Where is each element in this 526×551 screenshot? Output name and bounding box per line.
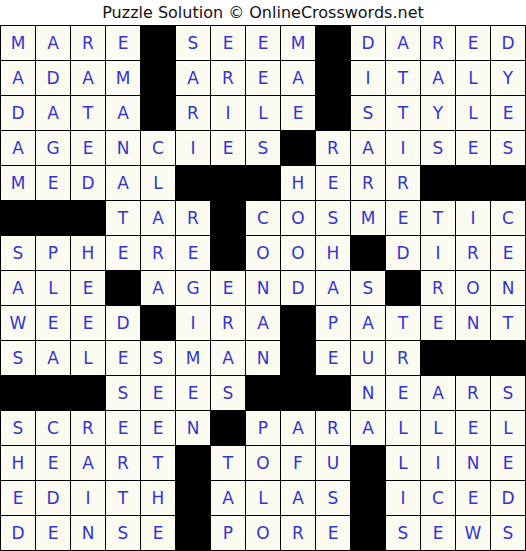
letter-cell: L [246,481,280,515]
letter-cell: A [106,166,140,200]
letter-cell: H [281,166,315,200]
letter-cell: G [36,131,70,165]
letter-cell: T [386,61,420,95]
letter-cell: D [36,61,70,95]
letter-cell: A [421,376,455,410]
black-cell [491,166,525,200]
letter-cell: A [36,96,70,130]
letter-cell: R [421,271,455,305]
black-cell [316,61,350,95]
letter-cell: E [281,96,315,130]
letter-cell: N [71,516,105,550]
letter-cell: A [211,481,245,515]
letter-cell: N [246,341,280,375]
letter-cell: C [141,131,175,165]
black-cell [71,376,105,410]
black-cell [211,411,245,445]
letter-cell: R [281,516,315,550]
letter-cell: S [316,201,350,235]
black-cell [351,236,385,270]
letter-cell: A [36,341,70,375]
letter-cell: T [211,446,245,480]
black-cell [176,166,210,200]
black-cell [351,516,385,550]
letter-cell: P [211,516,245,550]
letter-cell: U [351,341,385,375]
letter-cell: E [246,61,280,95]
letter-cell: E [421,306,455,340]
letter-cell: T [106,201,140,235]
letter-cell: N [106,131,140,165]
letter-cell: S [1,411,35,445]
letter-cell: R [351,166,385,200]
letter-cell: G [176,271,210,305]
letter-cell: A [351,411,385,445]
letter-cell: I [386,131,420,165]
puzzle-solution-page: Puzzle Solution © OnlineCrosswords.net M… [0,0,526,551]
letter-cell: L [491,411,525,445]
black-cell [211,201,245,235]
letter-cell: T [491,306,525,340]
letter-cell: W [456,516,490,550]
letter-cell: I [421,236,455,270]
black-cell [176,516,210,550]
letter-cell: R [386,166,420,200]
letter-cell: S [246,131,280,165]
letter-cell: E [141,411,175,445]
black-cell [211,166,245,200]
letter-cell: N [491,271,525,305]
black-cell [316,96,350,130]
letter-cell: M [1,166,35,200]
letter-cell: E [246,26,280,60]
letter-cell: E [456,26,490,60]
letter-cell: R [211,306,245,340]
letter-cell: A [176,61,210,95]
letter-cell: A [1,61,35,95]
letter-cell: E [211,131,245,165]
letter-cell: E [106,236,140,270]
letter-cell: D [281,271,315,305]
letter-cell: E [71,306,105,340]
black-cell [386,271,420,305]
letter-cell: R [386,341,420,375]
page-title: Puzzle Solution © OnlineCrosswords.net [0,0,526,25]
letter-cell: I [386,481,420,515]
letter-cell: A [71,446,105,480]
letter-cell: A [281,481,315,515]
black-cell [106,271,140,305]
letter-cell: A [141,201,175,235]
letter-cell: T [141,446,175,480]
letter-cell: L [71,341,105,375]
letter-cell: D [351,26,385,60]
letter-cell: U [316,446,350,480]
black-cell [421,341,455,375]
black-cell [71,201,105,235]
letter-cell: S [1,341,35,375]
letter-cell: S [106,376,140,410]
black-cell [176,446,210,480]
letter-cell: D [106,306,140,340]
letter-cell: E [36,446,70,480]
letter-cell: L [386,446,420,480]
letter-cell: I [211,96,245,130]
letter-cell: D [71,166,105,200]
letter-cell: A [71,61,105,95]
letter-cell: C [36,411,70,445]
letter-cell: S [351,271,385,305]
letter-cell: S [176,26,210,60]
letter-cell: T [386,306,420,340]
letter-cell: I [176,131,210,165]
letter-cell: E [36,166,70,200]
letter-cell: S [491,376,525,410]
letter-cell: P [316,306,350,340]
letter-cell: N [456,306,490,340]
letter-cell: E [456,411,490,445]
letter-cell: L [36,271,70,305]
letter-cell: A [1,131,35,165]
black-cell [456,341,490,375]
letter-cell: A [281,61,315,95]
letter-cell: N [456,446,490,480]
letter-cell: O [281,236,315,270]
letter-cell: E [456,131,490,165]
letter-cell: L [456,61,490,95]
letter-cell: H [141,481,175,515]
letter-cell: E [491,446,525,480]
letter-cell: R [106,446,140,480]
letter-cell: E [106,26,140,60]
black-cell [281,131,315,165]
black-cell [36,376,70,410]
black-cell [141,96,175,130]
letter-cell: E [106,341,140,375]
letter-cell: P [36,236,70,270]
letter-cell: S [421,131,455,165]
black-cell [421,166,455,200]
letter-cell: N [176,411,210,445]
black-cell [211,236,245,270]
letter-cell: R [71,26,105,60]
letter-cell: T [71,96,105,130]
letter-cell: A [351,131,385,165]
letter-cell: E [211,271,245,305]
letter-cell: L [456,96,490,130]
letter-cell: M [106,61,140,95]
letter-cell: R [176,201,210,235]
letter-cell: M [176,341,210,375]
letter-cell: R [456,376,490,410]
black-cell [491,341,525,375]
letter-cell: T [421,201,455,235]
black-cell [246,376,280,410]
letter-cell: E [316,166,350,200]
letter-cell: S [1,236,35,270]
black-cell [176,481,210,515]
letter-cell: S [386,516,420,550]
letter-cell: H [71,236,105,270]
letter-cell: E [491,96,525,130]
letter-cell: D [36,481,70,515]
letter-cell: H [316,236,350,270]
black-cell [246,166,280,200]
black-cell [316,26,350,60]
letter-cell: O [246,236,280,270]
letter-cell: E [176,376,210,410]
letter-cell: I [421,446,455,480]
letter-cell: L [386,411,420,445]
letter-cell: E [316,516,350,550]
letter-cell: R [71,411,105,445]
letter-cell: A [246,306,280,340]
letter-cell: C [246,201,280,235]
black-cell [316,376,350,410]
letter-cell: E [211,26,245,60]
letter-cell: R [456,236,490,270]
letter-cell: L [421,411,455,445]
letter-cell: A [386,26,420,60]
letter-cell: I [176,306,210,340]
letter-cell: Y [421,96,455,130]
letter-cell: R [211,61,245,95]
letter-cell: E [491,236,525,270]
letter-cell: S [106,516,140,550]
letter-cell: N [246,271,280,305]
letter-cell: H [1,446,35,480]
letter-cell: P [246,411,280,445]
black-cell [141,61,175,95]
letter-cell: O [281,201,315,235]
letter-cell: E [36,306,70,340]
letter-cell: D [386,236,420,270]
letter-cell: A [141,271,175,305]
letter-cell: E [1,481,35,515]
letter-cell: A [421,61,455,95]
letter-cell: A [281,411,315,445]
crossword-grid: MARESEEMDAREDADAMAREAITALYDATARILESTYLEA… [0,25,526,551]
letter-cell: A [351,306,385,340]
letter-cell: M [351,201,385,235]
letter-cell: S [316,481,350,515]
letter-cell: M [281,26,315,60]
letter-cell: E [141,516,175,550]
letter-cell: E [141,376,175,410]
letter-cell: D [491,26,525,60]
letter-cell: E [386,376,420,410]
black-cell [281,376,315,410]
black-cell [1,201,35,235]
black-cell [281,341,315,375]
letter-cell: E [316,341,350,375]
letter-cell: S [211,376,245,410]
black-cell [281,306,315,340]
letter-cell: R [316,131,350,165]
letter-cell: A [1,271,35,305]
letter-cell: O [246,446,280,480]
black-cell [141,306,175,340]
letter-cell: R [421,26,455,60]
letter-cell: E [176,236,210,270]
black-cell [36,201,70,235]
letter-cell: E [456,481,490,515]
black-cell [456,166,490,200]
black-cell [351,481,385,515]
letter-cell: R [141,236,175,270]
letter-cell: W [1,306,35,340]
letter-cell: S [351,96,385,130]
letter-cell: C [421,481,455,515]
letter-cell: I [71,481,105,515]
letter-cell: D [491,481,525,515]
letter-cell: E [71,271,105,305]
letter-cell: L [246,96,280,130]
black-cell [141,26,175,60]
black-cell [1,376,35,410]
letter-cell: F [281,446,315,480]
letter-cell: M [1,26,35,60]
letter-cell: T [386,96,420,130]
letter-cell: A [36,26,70,60]
letter-cell: O [456,271,490,305]
letter-cell: O [246,516,280,550]
letter-cell: S [491,131,525,165]
letter-cell: A [106,96,140,130]
letter-cell: S [141,341,175,375]
letter-cell: E [36,516,70,550]
letter-cell: D [1,516,35,550]
letter-cell: C [491,201,525,235]
letter-cell: D [1,96,35,130]
letter-cell: L [141,166,175,200]
letter-cell: Y [491,61,525,95]
letter-cell: A [316,271,350,305]
letter-cell: R [316,411,350,445]
black-cell [351,446,385,480]
letter-cell: S [491,516,525,550]
letter-cell: E [421,516,455,550]
letter-cell: I [351,61,385,95]
letter-cell: I [456,201,490,235]
letter-cell: A [211,341,245,375]
letter-cell: E [106,411,140,445]
letter-cell: N [351,376,385,410]
letter-cell: E [386,201,420,235]
letter-cell: E [71,131,105,165]
letter-cell: R [176,96,210,130]
letter-cell: T [106,481,140,515]
